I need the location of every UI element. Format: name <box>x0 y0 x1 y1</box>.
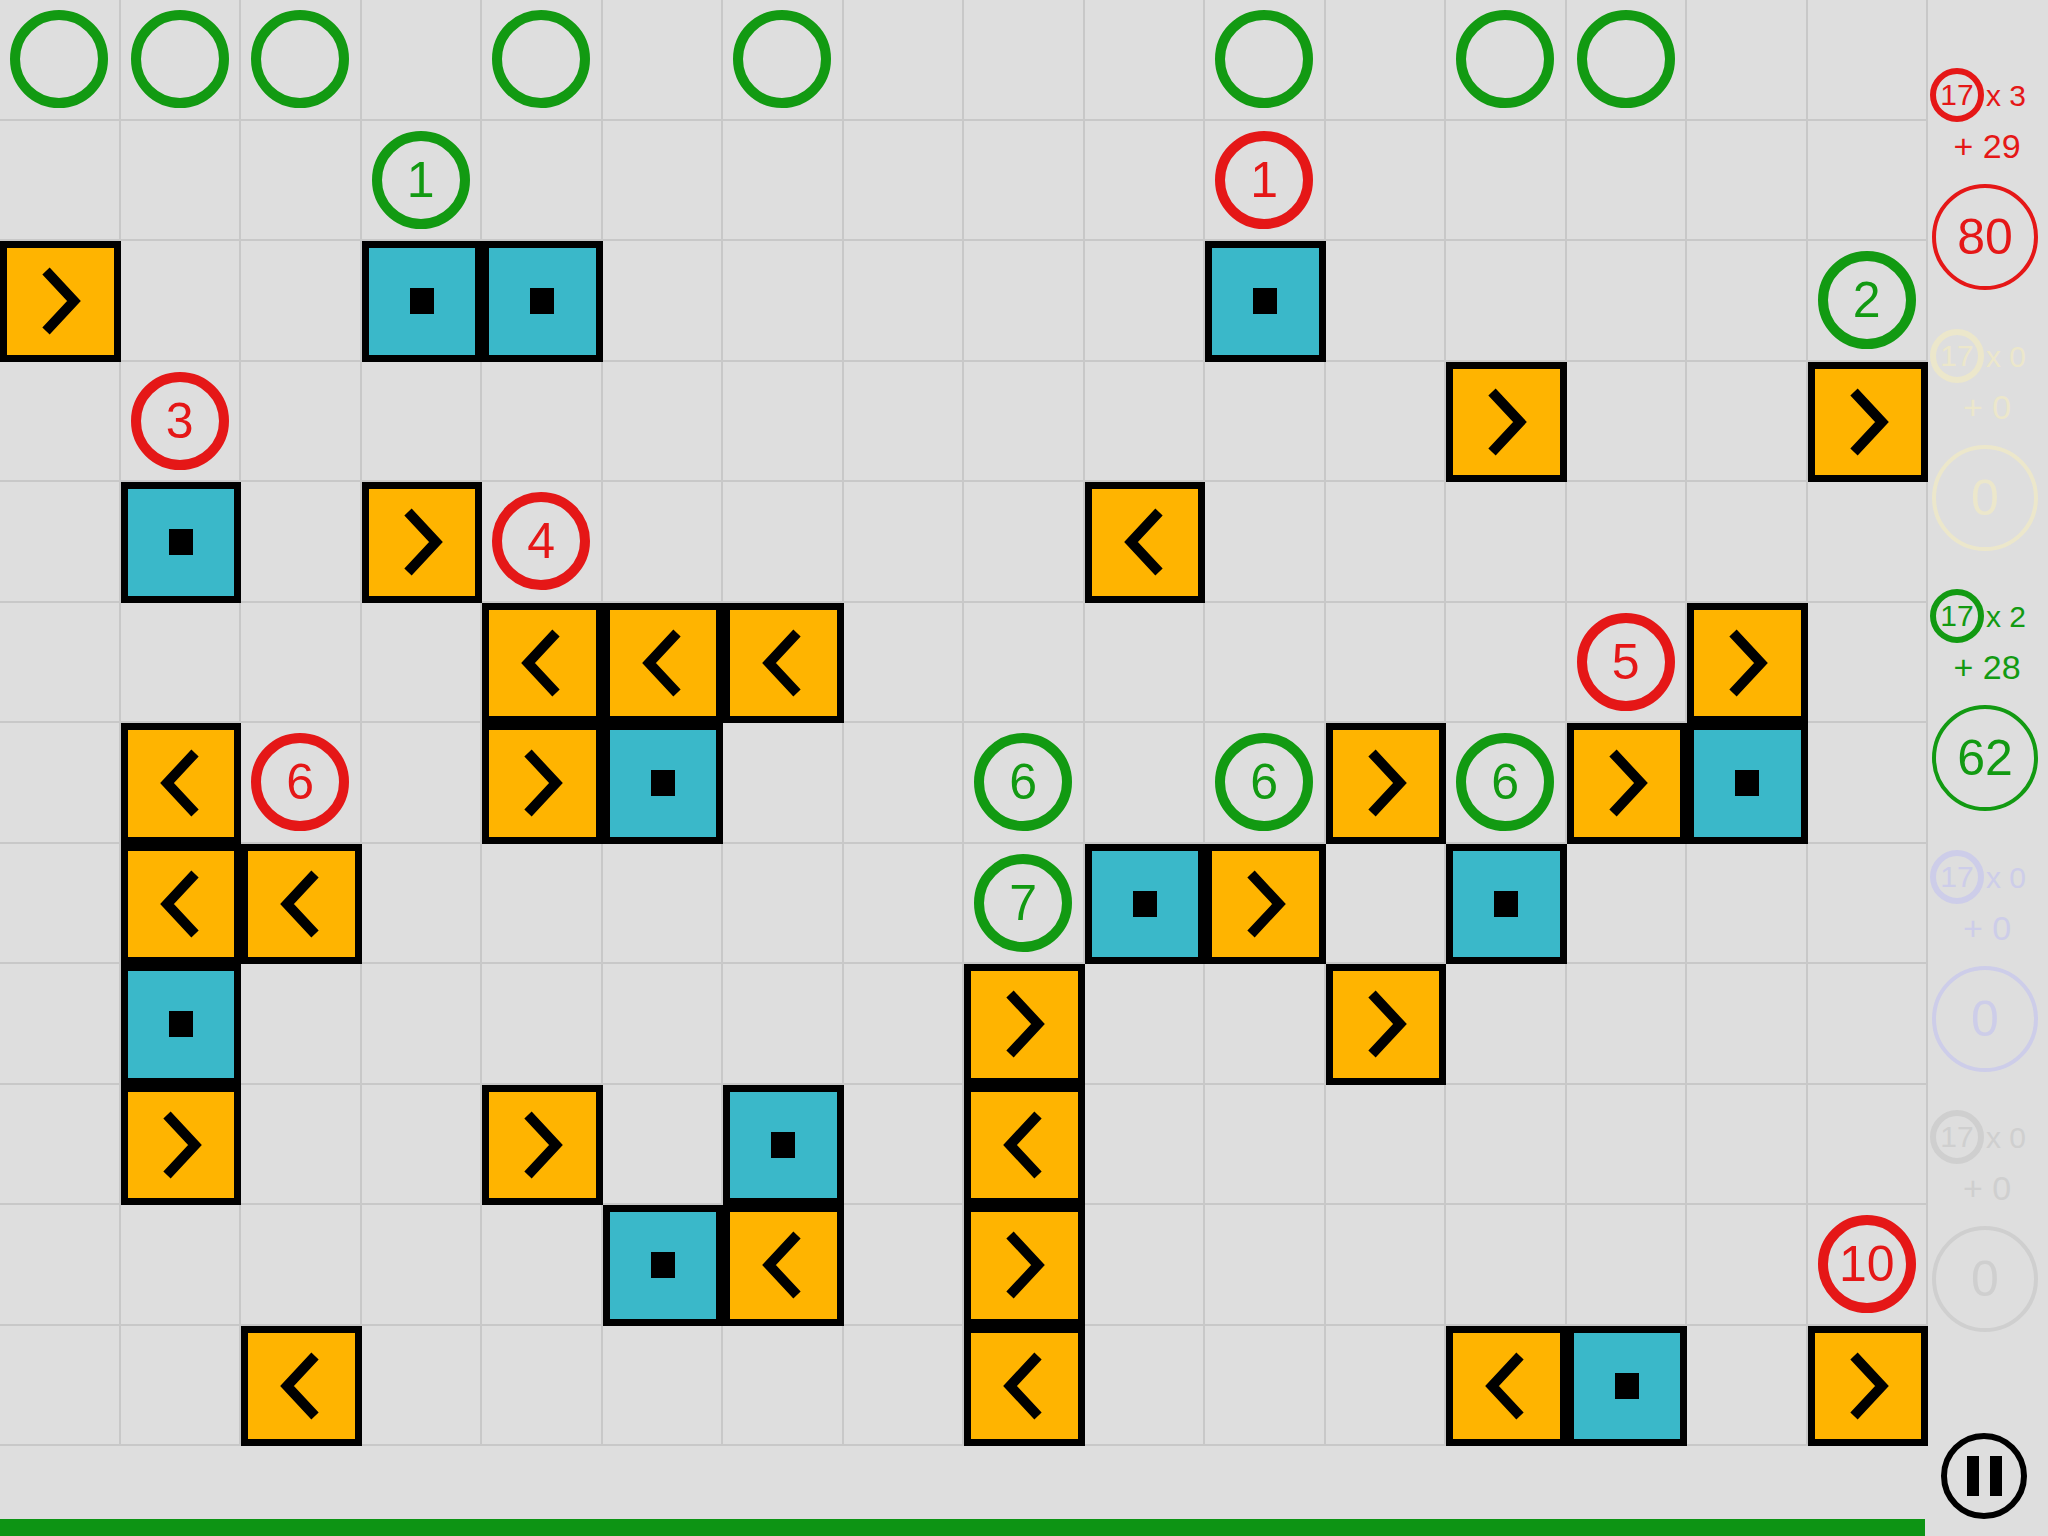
score-bonus-label: + 29 <box>1928 129 2046 163</box>
board-cell <box>482 603 603 724</box>
board-cell <box>1446 964 1567 1085</box>
arrow-tile-right[interactable] <box>964 964 1085 1085</box>
arrow-tile-left[interactable] <box>241 844 362 965</box>
board-cell <box>362 723 483 844</box>
board-cell <box>844 362 965 483</box>
board-cell <box>964 1326 1085 1447</box>
arrow-tile-left[interactable] <box>121 844 242 965</box>
chevron-right-icon <box>1842 382 1894 462</box>
board-cell <box>482 964 603 1085</box>
arrow-tile-right[interactable] <box>1687 603 1808 724</box>
board-cell <box>1687 121 1808 242</box>
board-cell <box>482 723 603 844</box>
box-tile[interactable] <box>1085 844 1206 965</box>
arrow-tile-right[interactable] <box>1205 844 1326 965</box>
board-cell <box>482 362 603 483</box>
board-cell: 6 <box>241 723 362 844</box>
box-tile[interactable] <box>1687 723 1808 844</box>
target-number: 1 <box>1250 155 1278 205</box>
box-dot-icon <box>771 1132 795 1158</box>
board-cell: 2 <box>1808 241 1929 362</box>
board-cell <box>723 1205 844 1326</box>
score-total-circle: 0 <box>1932 445 2038 551</box>
board-cell <box>121 723 242 844</box>
board-cell <box>482 1326 603 1447</box>
board-cell <box>241 241 362 362</box>
board-cell <box>1205 0 1326 121</box>
box-dot-icon <box>651 770 675 796</box>
chevron-right-icon <box>34 261 86 341</box>
board-cell <box>603 603 724 724</box>
target-circle-green <box>492 10 590 108</box>
score-sidebar: 17x 3+ 298017x 0+ 0017x 2+ 286217x 0+ 00… <box>1928 0 2048 1536</box>
target-circle-green: 6 <box>1456 733 1554 831</box>
board-cell <box>1687 964 1808 1085</box>
target-number: 6 <box>1250 757 1278 807</box>
board-cell <box>362 603 483 724</box>
board-cell <box>121 1326 242 1447</box>
board-cell <box>1808 964 1929 1085</box>
board-cell <box>482 0 603 121</box>
box-tile[interactable] <box>603 723 724 844</box>
chevron-right-icon <box>1360 743 1412 823</box>
arrow-tile-left[interactable] <box>603 603 724 724</box>
board-cell <box>0 121 121 242</box>
board-cell <box>121 482 242 603</box>
board-cell <box>1085 241 1206 362</box>
board-cell <box>1326 1205 1447 1326</box>
chevron-left-icon <box>155 743 207 823</box>
arrow-tile-right[interactable] <box>482 1085 603 1206</box>
arrow-tile-right[interactable] <box>482 723 603 844</box>
target-circle-green <box>131 10 229 108</box>
arrow-tile-left[interactable] <box>964 1326 1085 1447</box>
box-dot-icon <box>651 1252 675 1278</box>
arrow-tile-right[interactable] <box>1326 964 1447 1085</box>
puzzle-board: 1123456666710 <box>0 0 1928 1446</box>
board-cell <box>1808 482 1929 603</box>
chevron-left-icon <box>757 623 809 703</box>
board-cell <box>0 482 121 603</box>
board-cell <box>1205 844 1326 965</box>
board-cell <box>1326 482 1447 603</box>
board-cell <box>241 0 362 121</box>
board-cell <box>1205 1326 1326 1447</box>
board-cell <box>482 1085 603 1206</box>
board-cell <box>121 603 242 724</box>
board-cell <box>362 964 483 1085</box>
board-cell <box>1085 844 1206 965</box>
game-screen: 1123456666710 17x 3+ 298017x 0+ 0017x 2+… <box>0 0 2048 1536</box>
board-cell <box>1326 723 1447 844</box>
board-cell <box>964 603 1085 724</box>
board-cell <box>603 1085 724 1206</box>
arrow-tile-right[interactable] <box>1326 723 1447 844</box>
chevron-right-icon <box>396 502 448 582</box>
board-cell <box>844 1205 965 1326</box>
score-total-circle: 62 <box>1932 705 2038 811</box>
arrow-tile-left[interactable] <box>1446 1326 1567 1447</box>
board-cell <box>1808 0 1929 121</box>
board-cell <box>1567 844 1688 965</box>
board-cell <box>603 0 724 121</box>
arrow-tile-left[interactable] <box>241 1326 362 1447</box>
board-cell <box>1326 0 1447 121</box>
board-cell: 1 <box>362 121 483 242</box>
target-number: 1 <box>407 155 435 205</box>
score-multiplier-label: x 2 <box>1986 602 2046 632</box>
board-cell <box>844 844 965 965</box>
box-dot-icon <box>1133 891 1157 917</box>
board-cell <box>1687 241 1808 362</box>
board-cell <box>1567 964 1688 1085</box>
board-cell <box>241 1205 362 1326</box>
target-circle-red: 1 <box>1215 131 1313 229</box>
board-cell <box>844 723 965 844</box>
board-cell <box>723 964 844 1085</box>
board-cell <box>723 482 844 603</box>
box-dot-icon <box>1253 288 1277 314</box>
target-number: 4 <box>527 516 555 566</box>
board-cell <box>121 121 242 242</box>
target-circle-green: 2 <box>1818 251 1916 349</box>
board-cell <box>1326 121 1447 242</box>
target-number: 10 <box>1839 1239 1895 1289</box>
arrow-tile-right[interactable] <box>362 482 483 603</box>
chevron-right-icon <box>1601 743 1653 823</box>
board-cell <box>121 1205 242 1326</box>
board-cell <box>964 1085 1085 1206</box>
board-cell: 1 <box>1205 121 1326 242</box>
board-cell <box>362 241 483 362</box>
board-cell <box>1085 964 1206 1085</box>
box-tile[interactable] <box>1446 844 1567 965</box>
board-cell <box>603 241 724 362</box>
board-cell <box>1326 241 1447 362</box>
board-cell <box>0 1085 121 1206</box>
board-cell <box>362 482 483 603</box>
target-circle-green <box>1577 10 1675 108</box>
board-cell <box>0 964 121 1085</box>
board-cell <box>1205 964 1326 1085</box>
pause-icon <box>1967 1456 1979 1496</box>
board-cell <box>1687 844 1808 965</box>
board-cell <box>362 844 483 965</box>
board-cell <box>1808 1085 1929 1206</box>
board-cell <box>603 482 724 603</box>
box-tile[interactable] <box>1567 1326 1688 1447</box>
box-tile[interactable] <box>723 1085 844 1206</box>
board-cell <box>1446 844 1567 965</box>
board-cell <box>1567 1205 1688 1326</box>
board-cell <box>482 241 603 362</box>
board-cell <box>1446 362 1567 483</box>
arrow-tile-right[interactable] <box>964 1205 1085 1326</box>
board-cell <box>0 0 121 121</box>
board-cell <box>241 603 362 724</box>
target-circle-green: 6 <box>974 733 1072 831</box>
board-cell <box>1567 241 1688 362</box>
board-cell <box>844 0 965 121</box>
target-circle-green <box>733 10 831 108</box>
score-base-circle: 17 <box>1930 589 1984 643</box>
board-cell <box>1205 362 1326 483</box>
board-cell <box>1205 603 1326 724</box>
arrow-tile-left[interactable] <box>1085 482 1206 603</box>
arrow-tile-right[interactable] <box>1808 1326 1929 1447</box>
chevron-right-icon <box>1360 984 1412 1064</box>
board-cell <box>241 964 362 1085</box>
board-cell <box>1205 241 1326 362</box>
board-cell <box>723 241 844 362</box>
board-cell <box>1567 1326 1688 1447</box>
target-circle-green <box>251 10 349 108</box>
target-circle-red: 10 <box>1818 1215 1916 1313</box>
board-cell <box>964 362 1085 483</box>
board-cell <box>362 1205 483 1326</box>
board-cell <box>1326 603 1447 724</box>
target-number: 6 <box>286 757 314 807</box>
score-bonus-label: + 0 <box>1928 911 2046 945</box>
board-cell <box>844 964 965 1085</box>
chevron-left-icon <box>757 1225 809 1305</box>
board-cell <box>1567 362 1688 483</box>
score-multiplier-label: x 3 <box>1986 81 2046 111</box>
chevron-right-icon <box>1239 864 1291 944</box>
board-cell <box>1326 964 1447 1085</box>
board-cell <box>1326 1085 1447 1206</box>
board-cell <box>1687 482 1808 603</box>
board-cell <box>1446 241 1567 362</box>
box-tile[interactable] <box>121 482 242 603</box>
board-cell <box>844 241 965 362</box>
arrow-tile-right[interactable] <box>0 241 121 362</box>
board-cell <box>362 1085 483 1206</box>
chevron-left-icon <box>275 1346 327 1426</box>
target-circle-green <box>1456 10 1554 108</box>
box-tile[interactable] <box>362 241 483 362</box>
board-cell <box>1808 844 1929 965</box>
box-dot-icon <box>169 529 193 555</box>
target-circle-green: 7 <box>974 854 1072 952</box>
chevron-right-icon <box>516 1105 568 1185</box>
target-circle-red: 5 <box>1577 613 1675 711</box>
chevron-right-icon <box>1721 623 1773 703</box>
board-cell <box>0 1326 121 1447</box>
board-cell <box>1085 1205 1206 1326</box>
board-cell <box>844 603 965 724</box>
board-cell <box>844 482 965 603</box>
chevron-left-icon <box>516 623 568 703</box>
board-cell <box>1567 0 1688 121</box>
chevron-right-icon <box>998 984 1050 1064</box>
box-tile[interactable] <box>1205 241 1326 362</box>
board-cell <box>723 844 844 965</box>
board-cell <box>241 844 362 965</box>
board-cell: 4 <box>482 482 603 603</box>
chevron-right-icon <box>1480 382 1532 462</box>
board-cell <box>964 1205 1085 1326</box>
target-number: 2 <box>1853 275 1881 325</box>
board-cell <box>723 0 844 121</box>
score-total-circle: 0 <box>1932 1226 2038 1332</box>
board-cell <box>603 121 724 242</box>
chevron-left-icon <box>998 1346 1050 1426</box>
board-cell <box>241 362 362 483</box>
board-cell <box>964 121 1085 242</box>
board-cell <box>1808 362 1929 483</box>
board-cell <box>1567 121 1688 242</box>
box-tile[interactable] <box>121 964 242 1085</box>
board-cell <box>1567 1085 1688 1206</box>
board-cell <box>362 362 483 483</box>
board-cell <box>1085 0 1206 121</box>
board-cell <box>121 964 242 1085</box>
board-cell <box>1446 1326 1567 1447</box>
board-cell <box>1085 1326 1206 1447</box>
board-cell <box>1446 1205 1567 1326</box>
board-cell <box>241 121 362 242</box>
board-cell <box>1446 603 1567 724</box>
board-cell <box>1205 1205 1326 1326</box>
board-cell <box>241 1085 362 1206</box>
chevron-left-icon <box>637 623 689 703</box>
board-cell <box>482 121 603 242</box>
board-cell <box>1687 1326 1808 1447</box>
board-cell: 10 <box>1808 1205 1929 1326</box>
target-number: 3 <box>166 396 194 446</box>
arrow-tile-left[interactable] <box>723 603 844 724</box>
board-cell: 6 <box>1205 723 1326 844</box>
board-cell <box>0 603 121 724</box>
score-bonus-label: + 0 <box>1928 390 2046 424</box>
arrow-tile-left[interactable] <box>482 603 603 724</box>
board-cell <box>1085 723 1206 844</box>
board-cell <box>0 362 121 483</box>
board-cell <box>1808 121 1929 242</box>
score-base-circle: 17 <box>1930 1110 1984 1164</box>
board-cell <box>603 1205 724 1326</box>
board-cell <box>362 0 483 121</box>
board-cell <box>1446 482 1567 603</box>
board-cell <box>723 1326 844 1447</box>
board-cell <box>844 121 965 242</box>
board-cell <box>964 482 1085 603</box>
target-circle-green: 1 <box>372 131 470 229</box>
chevron-left-icon <box>1480 1346 1532 1426</box>
chevron-left-icon <box>275 864 327 944</box>
board-cell: 3 <box>121 362 242 483</box>
score-base-circle: 17 <box>1930 329 1984 383</box>
arrow-tile-right[interactable] <box>1446 362 1567 483</box>
score-multiplier-label: x 0 <box>1986 342 2046 372</box>
target-circle-red: 6 <box>251 733 349 831</box>
board-cell <box>121 1085 242 1206</box>
board-cell <box>1567 482 1688 603</box>
arrow-tile-right[interactable] <box>1567 723 1688 844</box>
target-circle-red: 3 <box>131 372 229 470</box>
board-cell <box>603 844 724 965</box>
board-cell: 6 <box>964 723 1085 844</box>
progress-bar <box>0 1519 1925 1536</box>
board-cell <box>0 1205 121 1326</box>
score-base-circle: 17 <box>1930 68 1984 122</box>
target-circle-green <box>10 10 108 108</box>
board-cell <box>241 482 362 603</box>
board-cell <box>723 362 844 483</box>
board-cell <box>1687 1085 1808 1206</box>
target-circle-red: 4 <box>492 492 590 590</box>
arrow-tile-right[interactable] <box>121 1085 242 1206</box>
target-circle-green <box>1215 10 1313 108</box>
board-cell <box>603 964 724 1085</box>
arrow-tile-left[interactable] <box>121 723 242 844</box>
board-cell <box>1808 723 1929 844</box>
box-dot-icon <box>1494 891 1518 917</box>
chevron-left-icon <box>155 864 207 944</box>
score-total-circle: 80 <box>1932 184 2038 290</box>
box-dot-icon <box>410 288 434 314</box>
score-bonus-label: + 0 <box>1928 1171 2046 1205</box>
board-cell <box>121 844 242 965</box>
arrow-tile-left[interactable] <box>964 1085 1085 1206</box>
board-cell <box>1687 1205 1808 1326</box>
box-dot-icon <box>1615 1373 1639 1399</box>
board-cell <box>241 1326 362 1447</box>
board-cell <box>1687 0 1808 121</box>
board-cell <box>1446 121 1567 242</box>
board-cell: 7 <box>964 844 1085 965</box>
box-dot-icon <box>530 288 554 314</box>
chevron-right-icon <box>516 743 568 823</box>
board-cell <box>964 0 1085 121</box>
chevron-right-icon <box>155 1105 207 1185</box>
chevron-right-icon <box>998 1225 1050 1305</box>
target-number: 7 <box>1009 878 1037 928</box>
arrow-tile-right[interactable] <box>1808 362 1929 483</box>
pause-button[interactable] <box>1941 1433 2027 1519</box>
score-base-circle: 17 <box>1930 850 1984 904</box>
score-multiplier-label: x 0 <box>1986 1123 2046 1153</box>
board-cell <box>1326 844 1447 965</box>
board-cell <box>603 1326 724 1447</box>
target-number: 5 <box>1612 637 1640 687</box>
board-cell <box>1567 723 1688 844</box>
chevron-left-icon <box>998 1105 1050 1185</box>
box-dot-icon <box>169 1011 193 1037</box>
chevron-left-icon <box>1119 502 1171 582</box>
score-total-circle: 0 <box>1932 966 2038 1072</box>
board-cell <box>0 241 121 362</box>
board-cell <box>1085 121 1206 242</box>
box-tile[interactable] <box>603 1205 724 1326</box>
board-cell <box>723 723 844 844</box>
board-cell <box>844 1326 965 1447</box>
board-cell <box>1205 1085 1326 1206</box>
board-cell <box>1687 362 1808 483</box>
target-circle-green: 6 <box>1215 733 1313 831</box>
board-cell <box>1446 0 1567 121</box>
board-cell <box>0 723 121 844</box>
board-cell <box>1808 1326 1929 1447</box>
board-cell <box>1205 482 1326 603</box>
board-cell <box>723 603 844 724</box>
pause-icon <box>1990 1456 2002 1496</box>
box-tile[interactable] <box>482 241 603 362</box>
target-number: 6 <box>1009 757 1037 807</box>
arrow-tile-left[interactable] <box>723 1205 844 1326</box>
board-cell <box>964 964 1085 1085</box>
